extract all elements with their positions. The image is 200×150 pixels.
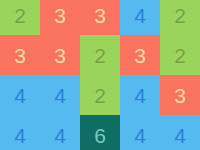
tile-value: 4 [54, 125, 66, 146]
tile-value: 6 [94, 125, 106, 146]
tile-r1c3[interactable]: 3 [120, 35, 160, 75]
tile-value: 4 [54, 85, 66, 106]
tile-r1c0[interactable]: 3 [0, 35, 40, 75]
tile-r1c2[interactable]: 2 [80, 35, 120, 75]
tile-value: 3 [94, 5, 106, 26]
tile-r3c4[interactable]: 4 [160, 115, 200, 150]
tile-value: 4 [134, 5, 146, 26]
tile-value: 2 [174, 45, 186, 66]
tile-r2c1[interactable]: 4 [40, 75, 80, 115]
tile-r1c1[interactable]: 3 [40, 35, 80, 75]
tile-r3c0[interactable]: 4 [0, 115, 40, 150]
tile-value: 3 [54, 45, 66, 66]
tile-value: 3 [14, 45, 26, 66]
tile-value: 4 [134, 125, 146, 146]
tile-value: 4 [14, 85, 26, 106]
tile-r2c0[interactable]: 4 [0, 75, 40, 115]
tile-value: 4 [14, 125, 26, 146]
game-board: 23342332324424344644 [0, 0, 200, 150]
tile-r3c1[interactable]: 4 [40, 115, 80, 150]
tile-value: 2 [94, 85, 106, 106]
tile-r1c4[interactable]: 2 [160, 35, 200, 75]
tile-grid: 23342332324424344644 [0, 0, 200, 150]
tile-r0c0[interactable]: 2 [0, 0, 40, 35]
tile-value: 2 [94, 45, 106, 66]
tile-value: 3 [134, 45, 146, 66]
tile-value: 4 [134, 85, 146, 106]
tile-r2c3[interactable]: 4 [120, 75, 160, 115]
tile-value: 3 [174, 85, 186, 106]
tile-r0c4[interactable]: 2 [160, 0, 200, 35]
tile-r3c2[interactable]: 6 [80, 115, 120, 150]
tile-value: 3 [54, 5, 66, 26]
tile-value: 2 [14, 5, 26, 26]
tile-r3c3[interactable]: 4 [120, 115, 160, 150]
tile-r0c1[interactable]: 3 [40, 0, 80, 35]
tile-r0c2[interactable]: 3 [80, 0, 120, 35]
tile-value: 2 [174, 5, 186, 26]
tile-r0c3[interactable]: 4 [120, 0, 160, 35]
tile-r2c2[interactable]: 2 [80, 75, 120, 115]
tile-value: 4 [174, 125, 186, 146]
tile-r2c4[interactable]: 3 [160, 75, 200, 115]
